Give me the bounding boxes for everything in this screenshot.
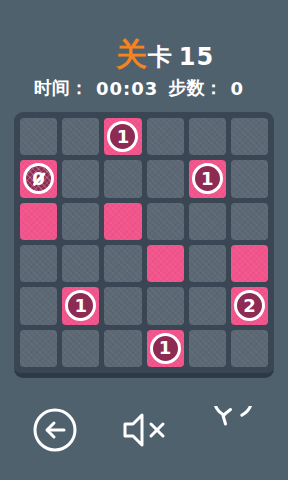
mute-button[interactable] bbox=[99, 402, 188, 458]
time-label: 时间： bbox=[34, 76, 88, 100]
level-number: 15 bbox=[179, 43, 214, 71]
cell-r4c2-empty bbox=[62, 245, 99, 282]
cell-r6c4-number-1[interactable]: 1 bbox=[147, 330, 184, 367]
cell-r5c2-number-1[interactable]: 1 bbox=[62, 287, 99, 324]
steps-value: 0 bbox=[230, 78, 244, 99]
bottom-toolbar bbox=[0, 402, 288, 458]
cell-r2c6-empty bbox=[231, 160, 268, 197]
number-circle: 1 bbox=[192, 163, 223, 194]
cell-r3c4-empty bbox=[147, 203, 184, 240]
cell-r5c3-empty bbox=[104, 287, 141, 324]
cell-r6c2-empty bbox=[62, 330, 99, 367]
back-button[interactable] bbox=[10, 402, 99, 458]
tile-number: 1 bbox=[201, 170, 214, 188]
cell-r1c4-empty bbox=[147, 118, 184, 155]
cell-r1c5-empty bbox=[189, 118, 226, 155]
cell-r4c4-filled bbox=[147, 245, 184, 282]
steps-stat: 步数： 0 bbox=[168, 76, 244, 100]
cell-r2c2-empty bbox=[62, 160, 99, 197]
goal-circle: 0 bbox=[23, 163, 54, 194]
cell-r2c4-empty bbox=[147, 160, 184, 197]
cell-r3c5-empty bbox=[189, 203, 226, 240]
cell-r2c5-number-1[interactable]: 1 bbox=[189, 160, 226, 197]
cell-r3c3-filled bbox=[104, 203, 141, 240]
number-circle: 1 bbox=[65, 290, 96, 321]
tile-number: 2 bbox=[243, 297, 256, 315]
cell-r5c1-empty bbox=[20, 287, 57, 324]
cell-r1c6-empty bbox=[231, 118, 268, 155]
time-value: 00:03 bbox=[96, 78, 158, 99]
cell-r5c5-empty bbox=[189, 287, 226, 324]
restart-arrow-icon bbox=[208, 406, 258, 454]
level-title-char-guan: 关 bbox=[116, 34, 147, 76]
cell-r3c2-empty bbox=[62, 203, 99, 240]
cell-r3c1-filled bbox=[20, 203, 57, 240]
cell-r1c3-number-1[interactable]: 1 bbox=[104, 118, 141, 155]
speaker-muted-icon bbox=[118, 410, 170, 450]
tile-number: 0 bbox=[32, 170, 45, 188]
puzzle-board[interactable]: 101121 bbox=[14, 112, 274, 378]
cell-r6c6-empty bbox=[231, 330, 268, 367]
level-title-char-ka: 卡 bbox=[148, 41, 172, 73]
tile-number: 1 bbox=[117, 128, 130, 146]
cell-r4c6-filled bbox=[231, 245, 268, 282]
tile-number: 1 bbox=[74, 297, 87, 315]
cell-r6c3-empty bbox=[104, 330, 141, 367]
back-arrow-icon bbox=[32, 407, 78, 453]
time-stat: 时间： 00:03 bbox=[34, 76, 158, 100]
game-screen: 关 卡 15 时间： 00:03 步数： 0 101121 bbox=[0, 0, 288, 480]
cell-r4c5-empty bbox=[189, 245, 226, 282]
cell-r4c1-empty bbox=[20, 245, 57, 282]
cell-r4c3-empty bbox=[104, 245, 141, 282]
stats-bar: 时间： 00:03 步数： 0 bbox=[0, 76, 288, 100]
cell-r2c1-number-0[interactable]: 0 bbox=[20, 160, 57, 197]
number-circle: 1 bbox=[107, 121, 138, 152]
restart-button[interactable] bbox=[189, 402, 278, 458]
level-title: 关 卡 15 bbox=[21, 34, 288, 70]
cell-r6c1-empty bbox=[20, 330, 57, 367]
cell-r1c1-empty bbox=[20, 118, 57, 155]
number-circle: 2 bbox=[234, 290, 265, 321]
cell-r2c3-empty bbox=[104, 160, 141, 197]
cell-r5c4-empty bbox=[147, 287, 184, 324]
cell-r5c6-number-2[interactable]: 2 bbox=[231, 287, 268, 324]
cell-r6c5-empty bbox=[189, 330, 226, 367]
tile-number: 1 bbox=[159, 339, 172, 357]
number-circle: 1 bbox=[150, 333, 181, 364]
steps-label: 步数： bbox=[168, 76, 222, 100]
cell-r1c2-empty bbox=[62, 118, 99, 155]
cell-r3c6-empty bbox=[231, 203, 268, 240]
